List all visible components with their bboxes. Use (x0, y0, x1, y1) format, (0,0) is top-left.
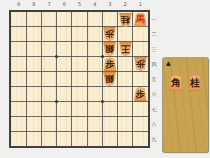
square-6四[interactable] (57, 57, 72, 72)
square-9八[interactable] (11, 116, 26, 131)
piece-kanji: 桂 (190, 78, 200, 88)
piece-kanji: 歩 (105, 60, 114, 69)
square-4三[interactable] (87, 42, 102, 57)
square-5五[interactable] (72, 72, 87, 87)
square-5三[interactable] (72, 42, 87, 57)
square-4九[interactable] (87, 131, 102, 146)
rank-label-八: 八 (150, 116, 158, 131)
square-6三[interactable] (57, 42, 72, 57)
rank-label-二: 二 (150, 27, 158, 42)
piece-kanji: 銀 (105, 45, 114, 54)
hand-piece-桂[interactable]: 桂 (188, 75, 202, 91)
square-2六[interactable] (118, 86, 133, 101)
square-7四[interactable] (41, 57, 56, 72)
piece-kanji: 歩 (136, 90, 145, 99)
square-7三[interactable] (41, 42, 56, 57)
piece-kanji: 歩 (105, 30, 114, 39)
square-8四[interactable] (26, 57, 41, 72)
square-6七[interactable] (57, 101, 72, 116)
square-7一[interactable] (41, 12, 56, 27)
square-5二[interactable] (72, 27, 87, 42)
sente-marker-icon: ▲ (166, 60, 171, 66)
file-label-7: 7 (41, 0, 56, 9)
file-label-1: 1 (133, 0, 148, 9)
square-8九[interactable] (26, 131, 41, 146)
square-9二[interactable] (11, 27, 26, 42)
square-1七[interactable] (133, 101, 148, 116)
square-8一[interactable] (26, 12, 41, 27)
rank-label-三: 三 (150, 42, 158, 57)
rank-label-四: 四 (150, 57, 158, 72)
square-7七[interactable] (41, 101, 56, 116)
square-4四[interactable] (87, 57, 102, 72)
square-6五[interactable] (57, 72, 72, 87)
square-8二[interactable] (26, 27, 41, 42)
square-7六[interactable] (41, 86, 56, 101)
square-6六[interactable] (57, 86, 72, 101)
square-8三[interactable] (26, 42, 41, 57)
square-9七[interactable] (11, 101, 26, 116)
file-label-6: 6 (57, 0, 72, 9)
square-8六[interactable] (26, 86, 41, 101)
square-1九[interactable] (133, 131, 148, 146)
square-7二[interactable] (41, 27, 56, 42)
square-2七[interactable] (118, 101, 133, 116)
square-2九[interactable] (118, 131, 133, 146)
file-label-8: 8 (26, 0, 41, 9)
square-3七[interactable] (102, 101, 117, 116)
square-8七[interactable] (26, 101, 41, 116)
square-7八[interactable] (41, 116, 56, 131)
file-label-2: 2 (118, 0, 133, 9)
square-6九[interactable] (57, 131, 72, 146)
square-1五[interactable] (133, 72, 148, 87)
square-4六[interactable] (87, 86, 102, 101)
square-4五[interactable] (87, 72, 102, 87)
square-1三[interactable] (133, 42, 148, 57)
piece-kanji: 角 (171, 78, 181, 88)
square-6八[interactable] (57, 116, 72, 131)
square-4一[interactable] (87, 12, 102, 27)
square-6一[interactable] (57, 12, 72, 27)
piece-kanji: 銀 (105, 75, 114, 84)
square-3一[interactable] (102, 12, 117, 27)
shogi-board: 桂馬歩銀王歩歩銀歩 (9, 10, 150, 148)
square-5四[interactable] (72, 57, 87, 72)
file-label-3: 3 (102, 0, 117, 9)
rank-label-七: 七 (150, 101, 158, 116)
rank-labels: 一二三四五六七八九 (150, 12, 158, 146)
square-3九[interactable] (102, 131, 117, 146)
square-5九[interactable] (72, 131, 87, 146)
square-1八[interactable] (133, 116, 148, 131)
piece-kanji: 桂 (121, 15, 130, 24)
rank-label-九: 九 (150, 131, 158, 146)
square-5一[interactable] (72, 12, 87, 27)
square-4八[interactable] (87, 116, 102, 131)
square-8五[interactable] (26, 72, 41, 87)
square-9三[interactable] (11, 42, 26, 57)
piece-kanji: 歩 (136, 60, 145, 69)
file-label-5: 5 (72, 0, 87, 9)
square-2五[interactable] (118, 72, 133, 87)
piece-kanji: 王 (121, 45, 130, 54)
square-5八[interactable] (72, 116, 87, 131)
square-9六[interactable] (11, 86, 26, 101)
piece-kanji: 馬 (136, 15, 145, 24)
square-2八[interactable] (118, 116, 133, 131)
square-1二[interactable] (133, 27, 148, 42)
rank-label-五: 五 (150, 72, 158, 87)
square-8八[interactable] (26, 116, 41, 131)
komadai-sente: ▲ 角桂 (163, 58, 208, 152)
square-2四[interactable] (118, 57, 133, 72)
rank-label-六: 六 (150, 86, 158, 101)
square-9一[interactable] (11, 12, 26, 27)
square-7五[interactable] (41, 72, 56, 87)
square-5七[interactable] (72, 101, 87, 116)
rank-label-一: 一 (150, 12, 158, 27)
square-9五[interactable] (11, 72, 26, 87)
square-5六[interactable] (72, 86, 87, 101)
hand-piece-角[interactable]: 角 (169, 75, 183, 91)
square-7九[interactable] (41, 131, 56, 146)
square-9四[interactable] (11, 57, 26, 72)
file-label-4: 4 (87, 0, 102, 9)
square-9九[interactable] (11, 131, 26, 146)
square-4二[interactable] (87, 27, 102, 42)
file-label-9: 9 (11, 0, 26, 9)
square-4七[interactable] (87, 101, 102, 116)
square-3八[interactable] (102, 116, 117, 131)
square-3六[interactable] (102, 86, 117, 101)
file-labels: 987654321 (11, 0, 148, 9)
square-6二[interactable] (57, 27, 72, 42)
square-2二[interactable] (118, 27, 133, 42)
